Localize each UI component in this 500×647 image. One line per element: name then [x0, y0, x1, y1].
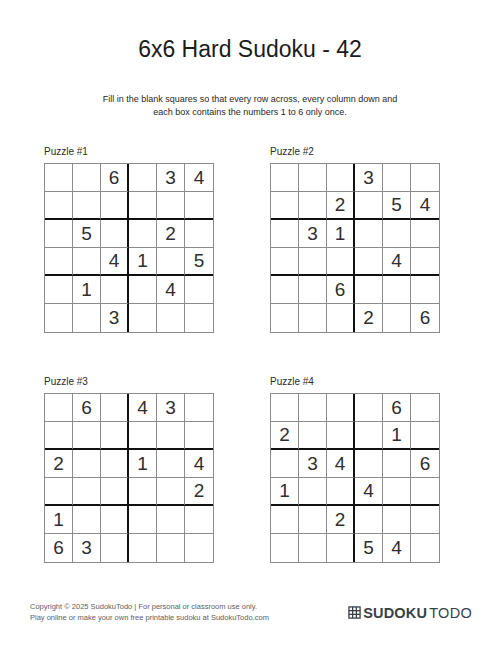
- puzzle-3-cell-r2c3[interactable]: [101, 422, 129, 450]
- puzzle-4-cell-r4c4[interactable]: 4: [355, 478, 383, 506]
- puzzle-4-cell-r1c6[interactable]: [411, 394, 439, 422]
- puzzle-3-cell-r4c4[interactable]: [129, 478, 157, 506]
- puzzle-3-cell-r1c3[interactable]: [101, 394, 129, 422]
- puzzle-4-cell-r1c2[interactable]: [299, 394, 327, 422]
- puzzle-2-cell-r2c1[interactable]: [271, 192, 299, 220]
- puzzle-1-cell-r2c4[interactable]: [129, 192, 157, 220]
- puzzle-2-cell-r1c2[interactable]: [299, 164, 327, 192]
- puzzle-3-cell-r3c3[interactable]: [101, 450, 129, 478]
- puzzle-4-cell-r4c6[interactable]: [411, 478, 439, 506]
- puzzle-4-cell-r6c4[interactable]: 5: [355, 534, 383, 562]
- grid-icon: [348, 606, 361, 619]
- puzzle-3-cell-r1c1[interactable]: [45, 394, 73, 422]
- puzzle-4-cell-r3c1[interactable]: [271, 450, 299, 478]
- puzzle-2: Puzzle #2 3254314626: [270, 146, 440, 333]
- puzzle-4-cell-r1c1[interactable]: [271, 394, 299, 422]
- puzzle-2-cell-r6c6[interactable]: 6: [411, 304, 439, 332]
- puzzle-4-cell-r5c1[interactable]: [271, 506, 299, 534]
- puzzle-4-cell-r5c3[interactable]: 2: [327, 506, 355, 534]
- puzzle-4-cell-r5c6[interactable]: [411, 506, 439, 534]
- puzzle-1-cell-r3c6[interactable]: [185, 220, 213, 248]
- puzzle-3-cell-r6c3[interactable]: [101, 534, 129, 562]
- puzzle-1-cell-r1c3[interactable]: 6: [101, 164, 129, 192]
- puzzle-2-cell-r6c3[interactable]: [327, 304, 355, 332]
- puzzle-3-cell-r5c5[interactable]: [157, 506, 185, 534]
- puzzle-2-cell-r3c4[interactable]: [355, 220, 383, 248]
- sudoku-grid-4: 62134614254: [270, 393, 440, 563]
- puzzle-4-cell-r2c1[interactable]: 2: [271, 422, 299, 450]
- puzzle-1-cell-r4c5[interactable]: [157, 248, 185, 276]
- puzzle-3-cell-r2c2[interactable]: [73, 422, 101, 450]
- puzzle-2-cell-r5c5[interactable]: [383, 276, 411, 304]
- puzzle-2-cell-r3c2[interactable]: 3: [299, 220, 327, 248]
- puzzle-1-cell-r5c1[interactable]: [45, 276, 73, 304]
- puzzle-4: Puzzle #4 62134614254: [270, 376, 440, 563]
- puzzle-1-cell-r4c1[interactable]: [45, 248, 73, 276]
- puzzle-1-cell-r4c3[interactable]: 4: [101, 248, 129, 276]
- puzzle-1-cell-r2c1[interactable]: [45, 192, 73, 220]
- puzzle-3-cell-r5c4[interactable]: [129, 506, 157, 534]
- puzzle-1: Puzzle #1 63452415143: [44, 146, 214, 333]
- puzzle-4-cell-r4c2[interactable]: [299, 478, 327, 506]
- puzzle-2-cell-r1c3[interactable]: [327, 164, 355, 192]
- puzzle-1-cell-r5c6[interactable]: [185, 276, 213, 304]
- puzzle-1-cell-r4c4[interactable]: 1: [129, 248, 157, 276]
- puzzle-4-cell-r3c6[interactable]: 6: [411, 450, 439, 478]
- instructions-line-1: Fill in the blank squares so that every …: [0, 93, 500, 106]
- puzzle-4-label: Puzzle #4: [270, 376, 440, 387]
- puzzle-2-cell-r6c4[interactable]: 2: [355, 304, 383, 332]
- puzzle-4-cell-r3c2[interactable]: 3: [299, 450, 327, 478]
- puzzle-3-cell-r4c5[interactable]: [157, 478, 185, 506]
- sudokutodo-logo: SUDOKU TODO: [348, 606, 472, 620]
- puzzle-4-cell-r1c4[interactable]: [355, 394, 383, 422]
- puzzle-2-cell-r2c2[interactable]: [299, 192, 327, 220]
- puzzle-3-cell-r1c4[interactable]: 4: [129, 394, 157, 422]
- puzzle-2-cell-r6c5[interactable]: [383, 304, 411, 332]
- puzzle-3-cell-r3c1[interactable]: 2: [45, 450, 73, 478]
- puzzle-2-cell-r5c2[interactable]: [299, 276, 327, 304]
- puzzle-1-cell-r1c2[interactable]: [73, 164, 101, 192]
- puzzle-3-cell-r6c5[interactable]: [157, 534, 185, 562]
- puzzle-1-cell-r5c3[interactable]: [101, 276, 129, 304]
- puzzle-3-cell-r3c6[interactable]: 4: [185, 450, 213, 478]
- puzzle-2-cell-r1c4[interactable]: 3: [355, 164, 383, 192]
- puzzle-1-cell-r1c1[interactable]: [45, 164, 73, 192]
- puzzle-2-cell-r3c1[interactable]: [271, 220, 299, 248]
- puzzle-3-cell-r4c1[interactable]: [45, 478, 73, 506]
- puzzle-2-cell-r1c5[interactable]: [383, 164, 411, 192]
- puzzle-1-cell-r5c4[interactable]: [129, 276, 157, 304]
- puzzle-2-cell-r1c1[interactable]: [271, 164, 299, 192]
- puzzle-4-cell-r5c5[interactable]: [383, 506, 411, 534]
- puzzle-3-cell-r1c5[interactable]: 3: [157, 394, 185, 422]
- puzzle-2-label: Puzzle #2: [270, 146, 440, 157]
- puzzle-3-cell-r4c6[interactable]: 2: [185, 478, 213, 506]
- puzzle-4-cell-r6c6[interactable]: [411, 534, 439, 562]
- puzzle-1-cell-r2c6[interactable]: [185, 192, 213, 220]
- puzzle-1-cell-r3c2[interactable]: 5: [73, 220, 101, 248]
- puzzle-4-cell-r2c5[interactable]: 1: [383, 422, 411, 450]
- puzzle-4-cell-r1c5[interactable]: 6: [383, 394, 411, 422]
- puzzle-3-cell-r6c2[interactable]: 3: [73, 534, 101, 562]
- puzzle-1-cell-r3c3[interactable]: [101, 220, 129, 248]
- puzzle-3-cell-r6c1[interactable]: 6: [45, 534, 73, 562]
- puzzle-2-cell-r2c4[interactable]: [355, 192, 383, 220]
- instructions: Fill in the blank squares so that every …: [0, 93, 500, 118]
- footer: Copyright © 2025 SudokuTodo | For person…: [30, 602, 472, 623]
- puzzle-2-cell-r5c4[interactable]: [355, 276, 383, 304]
- puzzle-3-cell-r3c4[interactable]: 1: [129, 450, 157, 478]
- puzzle-2-cell-r5c3[interactable]: 6: [327, 276, 355, 304]
- copyright-line-2: Play online or make your own free printa…: [30, 613, 269, 624]
- puzzle-2-cell-r1c6[interactable]: [411, 164, 439, 192]
- puzzle-3-cell-r5c6[interactable]: [185, 506, 213, 534]
- puzzle-3-cell-r6c4[interactable]: [129, 534, 157, 562]
- logo-text-todo: TODO: [429, 606, 472, 620]
- puzzle-1-cell-r4c2[interactable]: [73, 248, 101, 276]
- puzzle-2-cell-r2c3[interactable]: 2: [327, 192, 355, 220]
- puzzle-4-cell-r3c4[interactable]: [355, 450, 383, 478]
- puzzle-3-cell-r6c6[interactable]: [185, 534, 213, 562]
- puzzle-2-cell-r5c1[interactable]: [271, 276, 299, 304]
- puzzle-4-cell-r6c5[interactable]: 4: [383, 534, 411, 562]
- puzzle-1-cell-r6c1[interactable]: [45, 304, 73, 332]
- puzzle-3-cell-r2c6[interactable]: [185, 422, 213, 450]
- puzzle-4-cell-r2c3[interactable]: [327, 422, 355, 450]
- puzzle-4-cell-r4c3[interactable]: [327, 478, 355, 506]
- puzzle-4-cell-r2c6[interactable]: [411, 422, 439, 450]
- puzzle-2-cell-r3c6[interactable]: [411, 220, 439, 248]
- puzzle-3-label: Puzzle #3: [44, 376, 214, 387]
- puzzle-1-cell-r6c3[interactable]: 3: [101, 304, 129, 332]
- puzzle-2-cell-r6c1[interactable]: [271, 304, 299, 332]
- puzzle-4-cell-r2c2[interactable]: [299, 422, 327, 450]
- puzzle-3-cell-r5c2[interactable]: [73, 506, 101, 534]
- puzzle-1-cell-r1c4[interactable]: [129, 164, 157, 192]
- puzzle-1-cell-r3c4[interactable]: [129, 220, 157, 248]
- puzzle-4-cell-r4c5[interactable]: [383, 478, 411, 506]
- puzzle-2-cell-r4c6[interactable]: [411, 248, 439, 276]
- puzzle-2-cell-r4c4[interactable]: [355, 248, 383, 276]
- puzzle-3: Puzzle #3 6432142163: [44, 376, 214, 563]
- puzzle-2-cell-r6c2[interactable]: [299, 304, 327, 332]
- puzzle-4-cell-r6c3[interactable]: [327, 534, 355, 562]
- puzzle-3-cell-r5c1[interactable]: 1: [45, 506, 73, 534]
- puzzle-1-label: Puzzle #1: [44, 146, 214, 157]
- puzzle-1-cell-r3c1[interactable]: [45, 220, 73, 248]
- puzzle-1-cell-r6c4[interactable]: [129, 304, 157, 332]
- puzzle-4-cell-r6c1[interactable]: [271, 534, 299, 562]
- logo-text-sudoku: SUDOKU: [363, 606, 427, 620]
- puzzle-3-cell-r1c6[interactable]: [185, 394, 213, 422]
- puzzle-2-cell-r3c5[interactable]: [383, 220, 411, 248]
- puzzle-3-cell-r5c3[interactable]: [101, 506, 129, 534]
- sudoku-grid-1: 63452415143: [44, 163, 214, 333]
- puzzle-1-cell-r5c5[interactable]: 4: [157, 276, 185, 304]
- puzzle-2-cell-r4c2[interactable]: [299, 248, 327, 276]
- puzzle-1-cell-r5c2[interactable]: 1: [73, 276, 101, 304]
- puzzle-1-cell-r1c6[interactable]: 4: [185, 164, 213, 192]
- puzzle-3-cell-r3c2[interactable]: [73, 450, 101, 478]
- instructions-line-2: each box contains the numbers 1 to 6 onl…: [0, 106, 500, 119]
- puzzle-4-cell-r5c4[interactable]: [355, 506, 383, 534]
- puzzle-3-cell-r2c1[interactable]: [45, 422, 73, 450]
- puzzle-1-cell-r6c6[interactable]: [185, 304, 213, 332]
- puzzle-1-cell-r3c5[interactable]: 2: [157, 220, 185, 248]
- puzzle-1-cell-r6c5[interactable]: [157, 304, 185, 332]
- puzzle-4-cell-r5c2[interactable]: [299, 506, 327, 534]
- copyright-line-1: Copyright © 2025 SudokuTodo | For person…: [30, 602, 269, 613]
- puzzle-3-cell-r4c2[interactable]: [73, 478, 101, 506]
- puzzle-2-cell-r5c6[interactable]: [411, 276, 439, 304]
- puzzle-4-cell-r3c3[interactable]: 4: [327, 450, 355, 478]
- puzzle-2-cell-r3c3[interactable]: 1: [327, 220, 355, 248]
- puzzle-4-cell-r2c4[interactable]: [355, 422, 383, 450]
- puzzle-2-cell-r2c5[interactable]: 5: [383, 192, 411, 220]
- puzzle-1-cell-r4c6[interactable]: 5: [185, 248, 213, 276]
- puzzle-4-cell-r1c3[interactable]: [327, 394, 355, 422]
- puzzle-4-cell-r3c5[interactable]: [383, 450, 411, 478]
- sudoku-printable-page: 6x6 Hard Sudoku - 42 Fill in the blank s…: [0, 0, 500, 647]
- sudoku-grid-3: 6432142163: [44, 393, 214, 563]
- puzzle-1-cell-r2c2[interactable]: [73, 192, 101, 220]
- puzzle-1-cell-r2c3[interactable]: [101, 192, 129, 220]
- puzzle-2-cell-r4c5[interactable]: 4: [383, 248, 411, 276]
- puzzle-4-cell-r6c2[interactable]: [299, 534, 327, 562]
- puzzle-3-cell-r4c3[interactable]: [101, 478, 129, 506]
- puzzle-1-cell-r2c5[interactable]: [157, 192, 185, 220]
- puzzle-2-cell-r2c6[interactable]: 4: [411, 192, 439, 220]
- puzzle-1-cell-r6c2[interactable]: [73, 304, 101, 332]
- copyright: Copyright © 2025 SudokuTodo | For person…: [30, 602, 269, 623]
- puzzle-2-cell-r4c3[interactable]: [327, 248, 355, 276]
- sudoku-grid-2: 3254314626: [270, 163, 440, 333]
- puzzle-3-cell-r2c5[interactable]: [157, 422, 185, 450]
- puzzle-1-cell-r1c5[interactable]: 3: [157, 164, 185, 192]
- puzzle-3-cell-r2c4[interactable]: [129, 422, 157, 450]
- page-title: 6x6 Hard Sudoku - 42: [0, 36, 500, 63]
- puzzle-3-cell-r1c2[interactable]: 6: [73, 394, 101, 422]
- puzzle-2-cell-r4c1[interactable]: [271, 248, 299, 276]
- puzzle-4-cell-r4c1[interactable]: 1: [271, 478, 299, 506]
- puzzle-3-cell-r3c5[interactable]: [157, 450, 185, 478]
